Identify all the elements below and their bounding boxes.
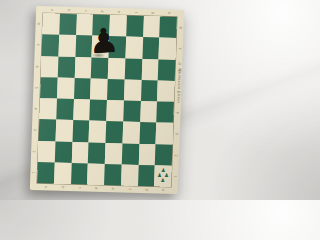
square-c2[interactable] — [71, 142, 88, 164]
square-g1[interactable] — [138, 165, 155, 187]
square-b1[interactable] — [54, 162, 71, 184]
four-pawn-diamond-logo: ♟♟♟♟ — [157, 168, 170, 183]
square-a3[interactable] — [39, 119, 56, 141]
photo-background: { "game": "chess", "scene": { "descripti… — [0, 0, 200, 200]
square-f5[interactable] — [124, 79, 141, 101]
square-c1[interactable] — [71, 163, 88, 185]
square-b7[interactable] — [58, 35, 75, 57]
square-g2[interactable] — [138, 143, 155, 165]
square-b2[interactable] — [55, 141, 72, 163]
square-e4[interactable] — [106, 100, 123, 122]
square-a1[interactable] — [37, 162, 54, 184]
square-d2[interactable] — [88, 142, 105, 164]
square-h5[interactable] — [157, 80, 174, 102]
square-c4[interactable] — [73, 99, 90, 121]
square-f6[interactable] — [124, 58, 141, 80]
square-h7[interactable] — [159, 38, 176, 60]
square-b4[interactable] — [56, 99, 73, 121]
square-a2[interactable] — [38, 141, 55, 163]
square-h6[interactable] — [158, 59, 175, 81]
square-g4[interactable] — [140, 101, 157, 123]
square-h8[interactable] — [159, 16, 176, 38]
square-d4[interactable] — [90, 100, 107, 122]
square-a5[interactable] — [40, 77, 57, 99]
square-h3[interactable] — [156, 123, 173, 145]
square-e1[interactable] — [104, 164, 121, 186]
logo-pawn-icon: ♟ — [160, 178, 165, 183]
square-h4[interactable] — [156, 101, 173, 123]
square-f1[interactable] — [121, 164, 138, 186]
square-a7[interactable] — [42, 34, 59, 56]
copyright-edge-text: © Wholesale Chess — [176, 62, 181, 104]
chess-board[interactable]: ♟♟♟♟ abcdefgh abcdefgh 87654321 87654321… — [30, 6, 184, 194]
square-e6[interactable] — [108, 58, 125, 80]
square-f8[interactable] — [126, 16, 143, 38]
square-f2[interactable] — [122, 143, 139, 165]
square-f7[interactable] — [125, 37, 142, 59]
square-c3[interactable] — [72, 120, 89, 142]
square-a4[interactable] — [39, 98, 56, 120]
square-d1[interactable] — [87, 163, 104, 185]
square-b6[interactable] — [58, 56, 75, 78]
black-pawn[interactable]: ♟ — [88, 22, 110, 59]
square-b5[interactable] — [57, 77, 74, 99]
square-g6[interactable] — [141, 58, 158, 80]
square-c5[interactable] — [74, 78, 91, 100]
square-h1[interactable]: ♟♟♟♟ — [154, 165, 171, 187]
square-e5[interactable] — [107, 79, 124, 101]
square-g8[interactable] — [143, 16, 160, 38]
square-a6[interactable] — [41, 56, 58, 78]
square-g7[interactable] — [142, 37, 159, 59]
square-h2[interactable] — [155, 144, 172, 166]
square-d3[interactable] — [89, 121, 106, 143]
square-e2[interactable] — [105, 142, 122, 164]
square-b8[interactable] — [59, 14, 76, 36]
square-f4[interactable] — [123, 100, 140, 122]
square-g3[interactable] — [139, 122, 156, 144]
square-a8[interactable] — [42, 13, 59, 35]
square-b3[interactable] — [55, 120, 72, 142]
square-f3[interactable] — [122, 122, 139, 144]
square-d5[interactable] — [90, 78, 107, 100]
square-g5[interactable] — [140, 80, 157, 102]
square-e3[interactable] — [106, 121, 123, 143]
